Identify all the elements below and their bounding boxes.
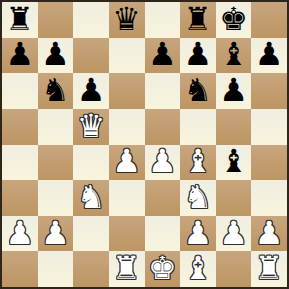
square-d3[interactable] xyxy=(109,180,145,216)
square-b7[interactable]: ♟ xyxy=(38,38,74,74)
piece-black-king: ♚ xyxy=(219,3,248,35)
square-f5[interactable] xyxy=(180,109,216,145)
square-d8[interactable]: ♛ xyxy=(109,2,145,38)
square-a6[interactable] xyxy=(2,73,38,109)
square-d7[interactable] xyxy=(109,38,145,74)
square-h6[interactable] xyxy=(251,73,287,109)
square-a1[interactable] xyxy=(2,251,38,287)
piece-black-bishop: ♝ xyxy=(219,38,248,70)
piece-white-bishop: ♝ xyxy=(184,145,213,177)
square-b2[interactable]: ♟ xyxy=(38,216,74,252)
piece-white-knight: ♞ xyxy=(184,181,213,213)
piece-black-pawn: ♟ xyxy=(5,38,34,70)
piece-black-knight: ♞ xyxy=(184,74,213,106)
square-h8[interactable] xyxy=(251,2,287,38)
square-f3[interactable]: ♞ xyxy=(180,180,216,216)
piece-black-rook: ♜ xyxy=(5,3,34,35)
square-a3[interactable] xyxy=(2,180,38,216)
square-f4[interactable]: ♝ xyxy=(180,145,216,181)
square-e3[interactable] xyxy=(145,180,181,216)
piece-white-pawn: ♟ xyxy=(219,217,248,249)
square-h2[interactable]: ♟ xyxy=(251,216,287,252)
square-b4[interactable] xyxy=(38,145,74,181)
piece-white-pawn: ♟ xyxy=(5,217,34,249)
square-a4[interactable] xyxy=(2,145,38,181)
square-c7[interactable] xyxy=(73,38,109,74)
square-g1[interactable] xyxy=(216,251,252,287)
square-b3[interactable] xyxy=(38,180,74,216)
square-b6[interactable]: ♞ xyxy=(38,73,74,109)
piece-black-pawn: ♟ xyxy=(41,38,70,70)
piece-white-pawn: ♟ xyxy=(41,217,70,249)
piece-black-pawn: ♟ xyxy=(219,74,248,106)
piece-black-rook: ♜ xyxy=(184,3,213,35)
square-g5[interactable] xyxy=(216,109,252,145)
square-b1[interactable] xyxy=(38,251,74,287)
square-h5[interactable] xyxy=(251,109,287,145)
square-c2[interactable] xyxy=(73,216,109,252)
square-h3[interactable] xyxy=(251,180,287,216)
piece-black-pawn: ♟ xyxy=(184,38,213,70)
piece-white-rook: ♜ xyxy=(112,252,141,284)
square-f6[interactable]: ♞ xyxy=(180,73,216,109)
square-g7[interactable]: ♝ xyxy=(216,38,252,74)
square-b8[interactable] xyxy=(38,2,74,38)
square-h7[interactable]: ♟ xyxy=(251,38,287,74)
square-f2[interactable]: ♟ xyxy=(180,216,216,252)
square-e2[interactable] xyxy=(145,216,181,252)
square-d1[interactable]: ♜ xyxy=(109,251,145,287)
piece-white-bishop: ♝ xyxy=(184,252,213,284)
square-e6[interactable] xyxy=(145,73,181,109)
chess-board: ♜♛♜♚♟♟♟♟♝♟♞♟♞♟♛♟♟♝♝♞♞♟♟♟♟♟♜♚♝♜ xyxy=(0,0,289,289)
piece-white-pawn: ♟ xyxy=(255,217,284,249)
square-g8[interactable]: ♚ xyxy=(216,2,252,38)
piece-white-rook: ♜ xyxy=(255,252,284,284)
piece-black-pawn: ♟ xyxy=(255,38,284,70)
square-g3[interactable] xyxy=(216,180,252,216)
square-c8[interactable] xyxy=(73,2,109,38)
piece-white-pawn: ♟ xyxy=(112,145,141,177)
square-h1[interactable]: ♜ xyxy=(251,251,287,287)
piece-black-queen: ♛ xyxy=(112,3,141,35)
square-b5[interactable] xyxy=(38,109,74,145)
square-f1[interactable]: ♝ xyxy=(180,251,216,287)
piece-white-knight: ♞ xyxy=(77,181,106,213)
square-e4[interactable]: ♟ xyxy=(145,145,181,181)
square-c3[interactable]: ♞ xyxy=(73,180,109,216)
piece-black-knight: ♞ xyxy=(41,74,70,106)
square-a7[interactable]: ♟ xyxy=(2,38,38,74)
square-d4[interactable]: ♟ xyxy=(109,145,145,181)
square-c4[interactable] xyxy=(73,145,109,181)
piece-black-pawn: ♟ xyxy=(77,74,106,106)
square-h4[interactable] xyxy=(251,145,287,181)
piece-white-pawn: ♟ xyxy=(184,217,213,249)
square-c6[interactable]: ♟ xyxy=(73,73,109,109)
square-c5[interactable]: ♛ xyxy=(73,109,109,145)
piece-white-pawn: ♟ xyxy=(148,145,177,177)
square-a2[interactable]: ♟ xyxy=(2,216,38,252)
square-e8[interactable] xyxy=(145,2,181,38)
square-g6[interactable]: ♟ xyxy=(216,73,252,109)
square-e5[interactable] xyxy=(145,109,181,145)
piece-white-king: ♚ xyxy=(148,252,177,284)
square-d2[interactable] xyxy=(109,216,145,252)
square-c1[interactable] xyxy=(73,251,109,287)
square-g4[interactable]: ♝ xyxy=(216,145,252,181)
square-d6[interactable] xyxy=(109,73,145,109)
square-e1[interactable]: ♚ xyxy=(145,251,181,287)
piece-white-queen: ♛ xyxy=(77,110,106,142)
square-d5[interactable] xyxy=(109,109,145,145)
square-f7[interactable]: ♟ xyxy=(180,38,216,74)
square-a5[interactable] xyxy=(2,109,38,145)
square-f8[interactable]: ♜ xyxy=(180,2,216,38)
square-a8[interactable]: ♜ xyxy=(2,2,38,38)
piece-black-pawn: ♟ xyxy=(148,38,177,70)
piece-black-bishop: ♝ xyxy=(219,145,248,177)
square-g2[interactable]: ♟ xyxy=(216,216,252,252)
square-e7[interactable]: ♟ xyxy=(145,38,181,74)
